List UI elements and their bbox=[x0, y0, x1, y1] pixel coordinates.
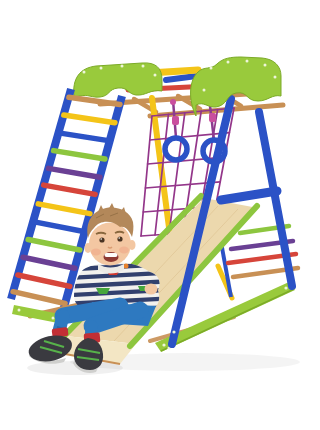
product-photo bbox=[0, 0, 320, 430]
ladder-rung-rung_green bbox=[28, 239, 80, 250]
ladder-rung-wood_mid bbox=[69, 97, 120, 104]
screw-icon bbox=[227, 61, 230, 64]
screw-icon bbox=[154, 74, 157, 77]
screw-icon bbox=[162, 343, 165, 346]
screw-icon bbox=[52, 317, 55, 320]
eye-glint bbox=[118, 237, 120, 239]
teeth bbox=[105, 253, 118, 257]
screw-icon bbox=[264, 64, 267, 67]
eye-glint bbox=[100, 238, 102, 240]
strap-adjuster bbox=[209, 113, 216, 122]
shoe bbox=[29, 336, 72, 362]
toddler-boy bbox=[29, 203, 168, 373]
screw-icon bbox=[83, 71, 86, 74]
screw-icon bbox=[246, 60, 249, 63]
screw-icon bbox=[203, 89, 206, 92]
ladder-rung-frame_blue bbox=[59, 133, 110, 141]
screw-icon bbox=[284, 286, 287, 289]
left-hand bbox=[145, 284, 158, 295]
ladder-rung-rung_red bbox=[44, 185, 95, 194]
cheek-blush bbox=[91, 249, 101, 256]
strap-adjuster bbox=[172, 116, 179, 125]
cheek-blush bbox=[119, 247, 129, 254]
ladder-rung-rung_green bbox=[54, 151, 105, 159]
ladder-rung-rung_red bbox=[18, 275, 70, 286]
floor-shadow bbox=[27, 353, 300, 375]
screw-icon bbox=[142, 65, 145, 68]
left-arch bbox=[74, 63, 162, 97]
eye bbox=[99, 237, 104, 242]
ladder-rung-frame_blue bbox=[33, 222, 85, 232]
ladder-rung-rung_yellow bbox=[38, 204, 90, 214]
ladder-rung-rung_yellow bbox=[64, 115, 115, 123]
screw-icon bbox=[100, 67, 103, 70]
net-rope-vertical bbox=[141, 116, 152, 236]
climbing-frame-scene bbox=[0, 0, 320, 430]
screw-icon bbox=[18, 309, 21, 312]
strap-knot bbox=[170, 99, 176, 105]
ladder-rung-rung_purple bbox=[49, 168, 100, 177]
slide-hook-bar bbox=[221, 191, 277, 200]
ladder-rung-rung_purple bbox=[23, 257, 75, 268]
screw-icon bbox=[274, 76, 277, 79]
screw-icon bbox=[172, 330, 175, 333]
screw-icon bbox=[210, 67, 213, 70]
eye bbox=[117, 236, 122, 241]
orange-applique bbox=[124, 264, 129, 269]
screw-icon bbox=[121, 65, 124, 68]
ring-icon bbox=[165, 138, 187, 160]
left-base-runner bbox=[12, 305, 60, 323]
ladder-rung-wood_mid bbox=[13, 292, 65, 304]
